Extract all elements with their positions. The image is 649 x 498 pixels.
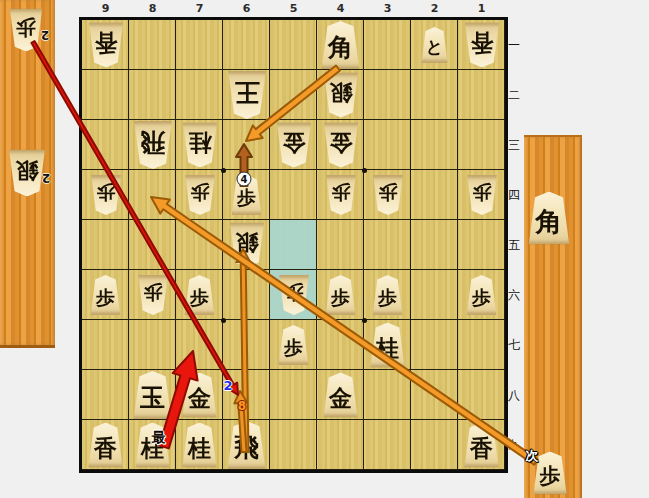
file-coord-9: 9 [102,2,110,15]
cell-4五[interactable] [317,220,364,270]
file-coord-1: 1 [478,2,486,15]
cell-8二[interactable] [129,70,176,120]
cell-5一[interactable] [270,20,317,70]
file-coord-6: 6 [243,2,251,15]
cell-1二[interactable] [458,70,505,120]
file-coord-7: 7 [196,2,204,15]
cell-7一[interactable] [176,20,223,70]
cell-2八[interactable] [411,370,458,420]
rank-coord-七: 七 [508,337,520,354]
seq-4-badge: 4 [237,172,252,187]
cell-9二[interactable] [82,70,129,120]
rank-coord-一: 一 [508,37,520,54]
cell-2五[interactable] [411,220,458,270]
cell-3一[interactable] [364,20,411,70]
cell-3三[interactable] [364,120,411,170]
cell-6一[interactable] [223,20,270,70]
cell-5八[interactable] [270,370,317,420]
cell-1八[interactable] [458,370,505,420]
cell-3五[interactable] [364,220,411,270]
cell-2六[interactable] [411,270,458,320]
cell-3二[interactable] [364,70,411,120]
cell-2三[interactable] [411,120,458,170]
cell-8一[interactable] [129,20,176,70]
hoshi-dot [221,318,226,323]
cell-1五[interactable] [458,220,505,270]
cell-1七[interactable] [458,320,505,370]
cell-6六[interactable] [223,270,270,320]
rank-coord-九: 九 [508,437,520,454]
cell-2二[interactable] [411,70,458,120]
shogi-analysis-app: 987654321一二三四五六七八九 香角と香王銀飛桂金金歩歩歩歩歩歩銀歩歩歩歩… [0,0,649,498]
cell-3八[interactable] [364,370,411,420]
cell-1三[interactable] [458,120,505,170]
sente-captured-stand [524,135,582,498]
cell-8四[interactable] [129,170,176,220]
cell-5四[interactable] [270,170,317,220]
cell-7二[interactable] [176,70,223,120]
cell-9三[interactable] [82,120,129,170]
rank-coord-八: 八 [508,387,520,404]
rank-coord-二: 二 [508,87,520,104]
file-coord-3: 3 [384,2,392,15]
file-coord-2: 2 [431,2,439,15]
hand-count-gote-銀: 2 [42,171,50,185]
seq-2-label: 2 [223,378,232,393]
best-move-label: 最 [152,429,166,447]
cell-3九[interactable] [364,420,411,470]
cell-5二[interactable] [270,70,317,120]
hand-count-gote-歩: 2 [41,28,49,42]
cell-5五[interactable] [270,220,317,270]
cell-9八[interactable] [82,370,129,420]
cell-6七[interactable] [223,320,270,370]
cell-7七[interactable] [176,320,223,370]
file-coord-8: 8 [149,2,157,15]
file-coord-5: 5 [290,2,298,15]
cell-4九[interactable] [317,420,364,470]
cell-6三[interactable] [223,120,270,170]
rank-coord-六: 六 [508,287,520,304]
cell-4七[interactable] [317,320,364,370]
cell-2四[interactable] [411,170,458,220]
hoshi-dot [362,318,367,323]
cell-9五[interactable] [82,220,129,270]
cell-2九[interactable] [411,420,458,470]
seq-8-label: 8 [238,399,246,413]
cell-8五[interactable] [129,220,176,270]
hoshi-dot [221,168,226,173]
rank-coord-四: 四 [508,187,520,204]
cell-7五[interactable] [176,220,223,270]
cell-5九[interactable] [270,420,317,470]
rank-coord-三: 三 [508,137,520,154]
cell-2七[interactable] [411,320,458,370]
hoshi-dot [362,168,367,173]
next-move-label: 次 [526,447,539,465]
file-coord-4: 4 [337,2,345,15]
rank-coord-五: 五 [508,237,520,254]
cell-9七[interactable] [82,320,129,370]
cell-8七[interactable] [129,320,176,370]
